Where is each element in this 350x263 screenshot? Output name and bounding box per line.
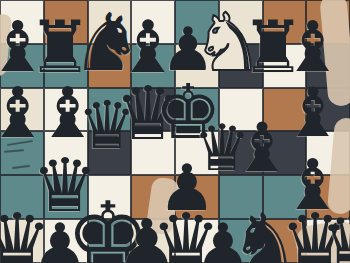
chess-piece-queen: ♛ <box>321 207 350 263</box>
chess-illustration: ♝♜♞♝♟♞♜♝♝♝♛♛♚♛♝♝♛♟♝♛♟♚♟♛♟♞♛♛ <box>0 0 350 263</box>
chess-piece-bishop: ♝ <box>282 12 345 82</box>
chess-piece-bishop: ♝ <box>283 79 344 147</box>
